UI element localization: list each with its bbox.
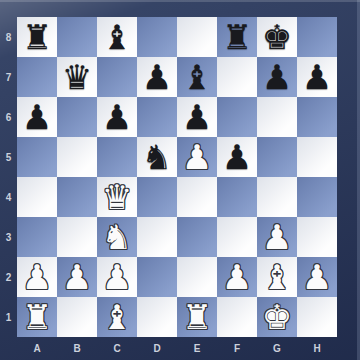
square-b1[interactable] bbox=[57, 297, 97, 337]
square-f2[interactable]: ♟ bbox=[217, 257, 257, 297]
square-e4[interactable] bbox=[177, 177, 217, 217]
square-a8[interactable]: ♜ bbox=[17, 17, 57, 57]
square-e1[interactable]: ♜ bbox=[177, 297, 217, 337]
square-d4[interactable] bbox=[137, 177, 177, 217]
square-h7[interactable]: ♟ bbox=[297, 57, 337, 97]
piece-black-rook-f8[interactable]: ♜ bbox=[222, 17, 252, 57]
board-frame: ♜♝♜♚♛♟♝♟♟♟♟♟♞♟♟♛♞♟♟♟♟♟♝♟♜♝♜♚ 87654321 AB… bbox=[0, 0, 360, 360]
square-a2[interactable]: ♟ bbox=[17, 257, 57, 297]
square-c6[interactable]: ♟ bbox=[97, 97, 137, 137]
piece-black-bishop-c8[interactable]: ♝ bbox=[102, 17, 132, 57]
square-c2[interactable]: ♟ bbox=[97, 257, 137, 297]
piece-white-rook-e1[interactable]: ♜ bbox=[182, 297, 212, 337]
square-g5[interactable] bbox=[257, 137, 297, 177]
piece-white-bishop-c1[interactable]: ♝ bbox=[102, 297, 132, 337]
square-b2[interactable]: ♟ bbox=[57, 257, 97, 297]
square-c8[interactable]: ♝ bbox=[97, 17, 137, 57]
square-d7[interactable]: ♟ bbox=[137, 57, 177, 97]
piece-black-pawn-e6[interactable]: ♟ bbox=[182, 97, 212, 137]
square-f6[interactable] bbox=[217, 97, 257, 137]
piece-white-pawn-h2[interactable]: ♟ bbox=[302, 257, 332, 297]
piece-white-pawn-g3[interactable]: ♟ bbox=[262, 217, 292, 257]
piece-white-pawn-c2[interactable]: ♟ bbox=[102, 257, 132, 297]
square-h8[interactable] bbox=[297, 17, 337, 57]
rank-label-3: 3 bbox=[0, 217, 17, 257]
square-a7[interactable] bbox=[17, 57, 57, 97]
square-h3[interactable] bbox=[297, 217, 337, 257]
square-b4[interactable] bbox=[57, 177, 97, 217]
piece-white-king-g1[interactable]: ♚ bbox=[262, 297, 292, 337]
chess-board: ♜♝♜♚♛♟♝♟♟♟♟♟♞♟♟♛♞♟♟♟♟♟♝♟♜♝♜♚ bbox=[17, 17, 337, 337]
square-g7[interactable]: ♟ bbox=[257, 57, 297, 97]
square-h6[interactable] bbox=[297, 97, 337, 137]
file-label-f: F bbox=[217, 337, 257, 360]
rank-label-2: 2 bbox=[0, 257, 17, 297]
rank-label-5: 5 bbox=[0, 137, 17, 177]
piece-white-rook-a1[interactable]: ♜ bbox=[22, 297, 52, 337]
piece-white-knight-c3[interactable]: ♞ bbox=[102, 217, 132, 257]
square-b8[interactable] bbox=[57, 17, 97, 57]
file-label-h: H bbox=[297, 337, 337, 360]
piece-black-pawn-g7[interactable]: ♟ bbox=[262, 57, 292, 97]
rank-label-1: 1 bbox=[0, 297, 17, 337]
square-e6[interactable]: ♟ bbox=[177, 97, 217, 137]
square-g4[interactable] bbox=[257, 177, 297, 217]
piece-black-pawn-h7[interactable]: ♟ bbox=[302, 57, 332, 97]
file-label-g: G bbox=[257, 337, 297, 360]
rank-label-4: 4 bbox=[0, 177, 17, 217]
file-label-a: A bbox=[17, 337, 57, 360]
square-h2[interactable]: ♟ bbox=[297, 257, 337, 297]
square-d6[interactable] bbox=[137, 97, 177, 137]
piece-black-rook-a8[interactable]: ♜ bbox=[22, 17, 52, 57]
square-f1[interactable] bbox=[217, 297, 257, 337]
file-label-c: C bbox=[97, 337, 137, 360]
piece-black-pawn-f5[interactable]: ♟ bbox=[222, 137, 252, 177]
square-c3[interactable]: ♞ bbox=[97, 217, 137, 257]
square-g1[interactable]: ♚ bbox=[257, 297, 297, 337]
piece-white-pawn-e5[interactable]: ♟ bbox=[182, 137, 212, 177]
square-d2[interactable] bbox=[137, 257, 177, 297]
square-b7[interactable]: ♛ bbox=[57, 57, 97, 97]
square-f4[interactable] bbox=[217, 177, 257, 217]
square-g8[interactable]: ♚ bbox=[257, 17, 297, 57]
piece-white-bishop-g2[interactable]: ♝ bbox=[262, 257, 292, 297]
rank-label-8: 8 bbox=[0, 17, 17, 57]
square-d5[interactable]: ♞ bbox=[137, 137, 177, 177]
square-d8[interactable] bbox=[137, 17, 177, 57]
piece-black-pawn-c6[interactable]: ♟ bbox=[102, 97, 132, 137]
square-e5[interactable]: ♟ bbox=[177, 137, 217, 177]
square-c5[interactable] bbox=[97, 137, 137, 177]
rank-label-6: 6 bbox=[0, 97, 17, 137]
square-c1[interactable]: ♝ bbox=[97, 297, 137, 337]
square-a1[interactable]: ♜ bbox=[17, 297, 57, 337]
square-g6[interactable] bbox=[257, 97, 297, 137]
piece-white-queen-c4[interactable]: ♛ bbox=[102, 177, 132, 217]
square-c4[interactable]: ♛ bbox=[97, 177, 137, 217]
piece-black-king-g8[interactable]: ♚ bbox=[262, 17, 292, 57]
square-e2[interactable] bbox=[177, 257, 217, 297]
square-f5[interactable]: ♟ bbox=[217, 137, 257, 177]
square-h4[interactable] bbox=[297, 177, 337, 217]
square-b5[interactable] bbox=[57, 137, 97, 177]
square-e8[interactable] bbox=[177, 17, 217, 57]
square-c7[interactable] bbox=[97, 57, 137, 97]
square-b6[interactable] bbox=[57, 97, 97, 137]
square-h5[interactable] bbox=[297, 137, 337, 177]
piece-black-queen-b7[interactable]: ♛ bbox=[62, 57, 92, 97]
piece-white-pawn-b2[interactable]: ♟ bbox=[62, 257, 92, 297]
piece-black-pawn-d7[interactable]: ♟ bbox=[142, 57, 172, 97]
piece-white-pawn-a2[interactable]: ♟ bbox=[22, 257, 52, 297]
square-a5[interactable] bbox=[17, 137, 57, 177]
piece-black-knight-d5[interactable]: ♞ bbox=[142, 137, 172, 177]
square-e7[interactable]: ♝ bbox=[177, 57, 217, 97]
square-f7[interactable] bbox=[217, 57, 257, 97]
square-h1[interactable] bbox=[297, 297, 337, 337]
square-a6[interactable]: ♟ bbox=[17, 97, 57, 137]
piece-white-pawn-f2[interactable]: ♟ bbox=[222, 257, 252, 297]
file-label-b: B bbox=[57, 337, 97, 360]
square-a3[interactable] bbox=[17, 217, 57, 257]
square-f3[interactable] bbox=[217, 217, 257, 257]
file-label-e: E bbox=[177, 337, 217, 360]
square-b3[interactable] bbox=[57, 217, 97, 257]
square-g2[interactable]: ♝ bbox=[257, 257, 297, 297]
square-d1[interactable] bbox=[137, 297, 177, 337]
square-g3[interactable]: ♟ bbox=[257, 217, 297, 257]
square-a4[interactable] bbox=[17, 177, 57, 217]
square-d3[interactable] bbox=[137, 217, 177, 257]
file-label-d: D bbox=[137, 337, 177, 360]
rank-label-7: 7 bbox=[0, 57, 17, 97]
square-e3[interactable] bbox=[177, 217, 217, 257]
piece-black-pawn-a6[interactable]: ♟ bbox=[22, 97, 52, 137]
square-f8[interactable]: ♜ bbox=[217, 17, 257, 57]
piece-black-bishop-e7[interactable]: ♝ bbox=[182, 57, 212, 97]
